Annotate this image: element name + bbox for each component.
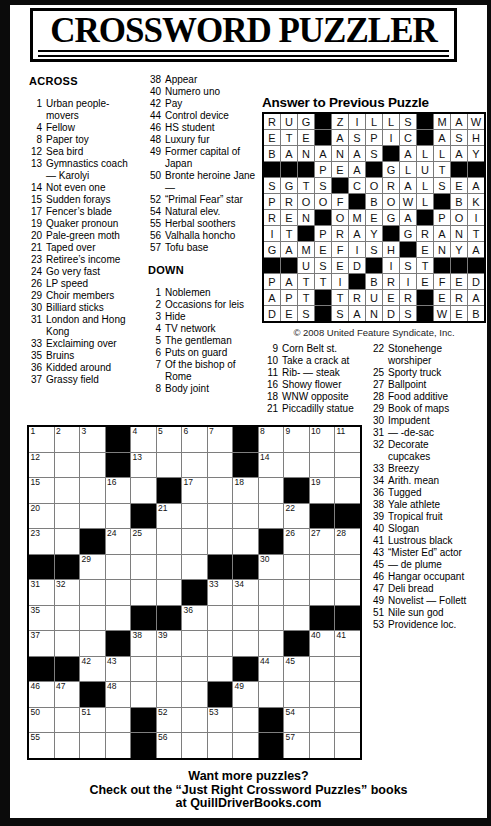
puzzle-cell-black <box>335 606 360 631</box>
clue-across-19: 19Quaker pronoun <box>28 218 140 230</box>
puzzle-cell <box>208 478 233 503</box>
puzzle-cell: 45 <box>284 657 309 682</box>
clue-number: 49 <box>147 146 165 170</box>
puzzle-cell: 16 <box>106 478 131 503</box>
clue-number: 30 <box>370 415 388 427</box>
clue-number: 11 <box>264 367 282 379</box>
puzzle-cell <box>157 657 182 682</box>
answer-cell-black <box>400 242 416 257</box>
clue-text: Fencer’s blade <box>46 206 140 218</box>
clue-across-1: 1Urban people-movers <box>28 98 140 122</box>
clue-text: Appear <box>165 74 260 86</box>
answer-cell-letter: G <box>298 114 314 129</box>
puzzle-cell: 12 <box>29 453 54 478</box>
answer-cell-black <box>366 258 382 273</box>
clue-across-49: 49Former capital of Japan <box>147 146 260 170</box>
puzzle-cell <box>284 606 309 631</box>
puzzle-cell <box>310 733 335 758</box>
clue-number: 50 <box>147 170 165 194</box>
answer-cell-letter: N <box>434 242 450 257</box>
clue-text: Exclaiming over <box>46 338 140 350</box>
clue-text: Tofu base <box>165 242 260 254</box>
clue-across-50: 50Bronte heroine Jane — <box>147 170 260 194</box>
answer-cell-letter: R <box>417 226 433 241</box>
answer-cell-letter: A <box>400 146 416 161</box>
answer-cell-letter: H <box>468 130 484 145</box>
puzzle-cell: 1 <box>29 427 54 452</box>
clue-down-2: 2Occasions for leis <box>147 299 260 311</box>
answer-cell-letter: S <box>400 258 416 273</box>
answer-cell-letter: L <box>366 114 382 129</box>
puzzle-cell: 25 <box>131 529 156 554</box>
clue-number: 29 <box>28 290 46 302</box>
clue-text: HS student <box>165 122 260 134</box>
clue-number: 36 <box>370 487 388 499</box>
answer-cell-black <box>383 146 399 161</box>
answer-cell-letter: S <box>366 146 382 161</box>
clue-down-29: 29Book of maps <box>370 403 467 415</box>
answer-cell-letter: T <box>315 274 331 289</box>
clue-number: 29 <box>370 403 388 415</box>
puzzle-cell <box>55 606 80 631</box>
answer-cell-letter: P <box>315 162 331 177</box>
puzzle-cell-black <box>55 555 80 580</box>
clue-number: 37 <box>28 374 46 386</box>
puzzle-cell: 32 <box>55 580 80 605</box>
clue-text: Gymnastics coach — Karolyi <box>46 158 140 182</box>
puzzle-cell <box>259 478 284 503</box>
clue-number: 56 <box>147 230 165 242</box>
answer-cell-letter: G <box>383 210 399 225</box>
answer-cell-letter: F <box>332 242 348 257</box>
puzzle-cell: 5 <box>157 427 182 452</box>
cell-number: 23 <box>31 529 40 539</box>
answer-cell-letter: P <box>264 194 280 209</box>
clue-number: 41 <box>370 535 388 547</box>
cell-number: 25 <box>133 529 142 539</box>
clue-down-28: 28Food additive <box>370 391 467 403</box>
answer-cell-black <box>315 130 331 145</box>
puzzle-cell <box>284 555 309 580</box>
answer-cell-black <box>281 258 297 273</box>
answer-cell-letter: I <box>383 130 399 145</box>
cell-number: 18 <box>235 478 244 488</box>
answer-cell-letter: S <box>315 178 331 193</box>
cell-number: 21 <box>158 504 167 514</box>
clue-down-41: 41Lustrous black <box>370 535 467 547</box>
clue-text: Control device <box>165 110 260 122</box>
answer-cell-letter: T <box>332 290 348 305</box>
answer-cell-letter: I <box>383 258 399 273</box>
answer-cell-letter: E <box>451 274 467 289</box>
puzzle-cell: 22 <box>284 504 309 529</box>
clue-down-10: 10Take a crack at <box>264 355 364 367</box>
cell-number: 12 <box>31 453 40 463</box>
cell-number: 54 <box>286 708 295 718</box>
footer: Want more puzzles? Check out the “Just R… <box>10 770 487 811</box>
answer-cell-black <box>298 226 314 241</box>
clue-across-52: 52“Primal Fear” star <box>147 194 260 206</box>
answer-cell-letter: E <box>417 274 433 289</box>
puzzle-cell <box>335 657 360 682</box>
cell-number: 53 <box>209 708 218 718</box>
answer-panel-header: Answer to Previous Puzzle <box>262 95 429 110</box>
clue-text: — de plume <box>388 559 467 571</box>
clue-down-22: 22Stonehenge worshiper <box>370 343 467 367</box>
clue-down-5: 5The gentleman <box>147 335 260 347</box>
clue-number: 39 <box>370 511 388 523</box>
clue-across-38: 38Appear <box>147 74 260 86</box>
answer-cell-letter: E <box>281 306 297 321</box>
puzzle-cell: 55 <box>29 733 54 758</box>
answer-cell-letter: G <box>281 178 297 193</box>
clue-down-31: 31— -de-sac <box>370 427 467 439</box>
clue-text: Billiard sticks <box>46 302 140 314</box>
answer-cell-black <box>264 258 280 273</box>
puzzle-cell-black <box>284 478 309 503</box>
puzzle-cell-black <box>208 555 233 580</box>
cell-number: 38 <box>133 631 142 641</box>
puzzle-cell <box>259 631 284 656</box>
puzzle-cell-black <box>208 682 233 707</box>
clue-down-53: 53Providence loc. <box>370 619 467 631</box>
clue-text: Not even one <box>46 182 140 194</box>
answer-cell-black <box>366 162 382 177</box>
clue-text: Showy flower <box>282 379 364 391</box>
answer-cell-letter: S <box>298 306 314 321</box>
puzzle-cell <box>106 504 131 529</box>
clue-down-21: 21Piccadilly statue <box>264 403 364 415</box>
puzzle-cell-black <box>157 606 182 631</box>
answer-cell-letter: A <box>434 130 450 145</box>
clue-number: 7 <box>147 359 165 383</box>
puzzle-cell <box>233 631 258 656</box>
answer-cell-letter: M <box>434 114 450 129</box>
answer-cell-letter: N <box>451 226 467 241</box>
cell-number: 27 <box>311 529 320 539</box>
clue-number: 20 <box>28 230 46 242</box>
puzzle-cell: 39 <box>157 631 182 656</box>
clue-text: LP speed <box>46 278 140 290</box>
clue-down-7: 7Of the bishop of Rome <box>147 359 260 383</box>
puzzle-cell: 17 <box>182 478 207 503</box>
puzzle-cell: 48 <box>106 682 131 707</box>
puzzle-cell <box>131 478 156 503</box>
answer-cell-letter: M <box>298 242 314 257</box>
puzzle-cell <box>80 478 105 503</box>
puzzle-cell <box>335 478 360 503</box>
puzzle-cell: 15 <box>29 478 54 503</box>
puzzle-cell: 6 <box>182 427 207 452</box>
puzzle-cell <box>233 733 258 758</box>
answer-cell-letter: S <box>434 178 450 193</box>
answer-cell-letter: R <box>281 194 297 209</box>
answer-cell-letter: T <box>298 178 314 193</box>
clue-number: 36 <box>28 362 46 374</box>
puzzle-cell: 10 <box>310 427 335 452</box>
answer-cell-black <box>298 162 314 177</box>
puzzle-cell-black <box>310 504 335 529</box>
puzzle-cell <box>131 580 156 605</box>
answer-cell-letter: D <box>383 306 399 321</box>
answer-cell-letter: R <box>383 274 399 289</box>
clue-number: 21 <box>28 242 46 254</box>
answer-cell-letter: P <box>264 274 280 289</box>
puzzle-cell <box>182 708 207 733</box>
puzzle-cell <box>208 504 233 529</box>
clue-across-35: 35Bruins <box>28 350 140 362</box>
answer-cell-letter: E <box>417 242 433 257</box>
puzzle-cell <box>80 453 105 478</box>
clue-text: Book of maps <box>388 403 467 415</box>
answer-cell-letter: E <box>332 258 348 273</box>
clue-number: 8 <box>147 383 165 395</box>
answer-cell-letter: O <box>366 178 382 193</box>
clue-down-8: 8Body joint <box>147 383 260 395</box>
puzzle-cell <box>157 453 182 478</box>
cell-number: 26 <box>286 529 295 539</box>
clue-down-36: 36Tugged <box>370 487 467 499</box>
clue-number: 26 <box>28 278 46 290</box>
puzzle-cell: 3 <box>80 427 105 452</box>
clue-number: 42 <box>147 98 165 110</box>
clue-across-15: 15Sudden forays <box>28 194 140 206</box>
puzzle-cell <box>182 631 207 656</box>
puzzle-cell <box>157 529 182 554</box>
answer-cell-letter: S <box>451 130 467 145</box>
answer-cell-letter: A <box>434 226 450 241</box>
cell-number: 39 <box>158 631 167 641</box>
clue-text: Rib- — steak <box>282 367 364 379</box>
clue-number: 3 <box>147 311 165 323</box>
cell-number: 50 <box>31 708 40 718</box>
puzzle-cell <box>310 453 335 478</box>
answer-cell-letter: A <box>400 178 416 193</box>
clue-number: 17 <box>28 206 46 218</box>
answer-cell-letter: R <box>264 114 280 129</box>
puzzle-cell <box>106 708 131 733</box>
cell-number: 9 <box>286 427 291 437</box>
cell-number: 10 <box>311 427 320 437</box>
puzzle-grid: 1234567891011121314151617181920212223242… <box>27 425 362 760</box>
puzzle-cell <box>335 733 360 758</box>
answer-cell-letter: E <box>298 130 314 145</box>
puzzle-cell: 29 <box>80 555 105 580</box>
puzzle-cell-black <box>29 555 54 580</box>
puzzle-cell: 36 <box>182 606 207 631</box>
puzzle-cell <box>157 580 182 605</box>
puzzle-cell <box>208 733 233 758</box>
cell-number: 19 <box>311 478 320 488</box>
answer-cell-letter: D <box>264 306 280 321</box>
puzzle-cell <box>80 504 105 529</box>
cell-number: 45 <box>286 657 295 667</box>
puzzle-cell <box>284 580 309 605</box>
clue-number: 32 <box>370 439 388 463</box>
clue-down-27: 27Ballpoint <box>370 379 467 391</box>
answer-cell-black <box>332 178 348 193</box>
clue-text: Herbal soothers <box>165 218 260 230</box>
clue-down-6: 6Puts on guard <box>147 347 260 359</box>
clue-text: Hangar occupant <box>388 571 467 583</box>
cell-number: 15 <box>31 478 40 488</box>
puzzle-cell: 49 <box>233 682 258 707</box>
answer-cell-black <box>264 162 280 177</box>
clue-text: Sporty truck <box>388 367 467 379</box>
puzzle-cell: 13 <box>131 453 156 478</box>
answer-cell-letter: T <box>298 274 314 289</box>
answer-cell-letter: A <box>468 242 484 257</box>
clue-number: 15 <box>28 194 46 206</box>
answer-cell-letter: H <box>383 242 399 257</box>
puzzle-cell-black <box>55 657 80 682</box>
clue-text: Tropical fruit <box>388 511 467 523</box>
clue-across-13: 13Gymnastics coach — Karolyi <box>28 158 140 182</box>
clue-across-55: 55Herbal soothers <box>147 218 260 230</box>
clue-down-32: 32Decorate cupcakes <box>370 439 467 463</box>
clue-number: 9 <box>264 343 282 355</box>
cell-number: 52 <box>158 708 167 718</box>
answer-cell-letter: A <box>451 146 467 161</box>
puzzle-cell <box>233 708 258 733</box>
puzzle-cell <box>131 555 156 580</box>
answer-cell-letter: A <box>468 290 484 305</box>
down-clue-column-2: 9Corn Belt st.10Take a crack at11Rib- — … <box>264 343 364 415</box>
footer-line1: Want more puzzles? <box>10 770 487 784</box>
puzzle-cell: 19 <box>310 478 335 503</box>
clue-text: Decorate cupcakes <box>388 439 467 463</box>
clue-text: Corn Belt st. <box>282 343 364 355</box>
answer-cell-letter: E <box>383 290 399 305</box>
clue-across-54: 54Natural elev. <box>147 206 260 218</box>
puzzle-cell <box>55 631 80 656</box>
clue-text: “Primal Fear” star <box>165 194 260 206</box>
clue-text: Yale athlete <box>388 499 467 511</box>
puzzle-cell: 37 <box>29 631 54 656</box>
answer-cell-letter: B <box>366 274 382 289</box>
clue-across-23: 23Retiree’s income <box>28 254 140 266</box>
puzzle-cell-black <box>131 733 156 758</box>
puzzle-cell <box>310 682 335 707</box>
cell-number: 2 <box>56 427 61 437</box>
puzzle-cell <box>284 453 309 478</box>
answer-cell-letter: A <box>349 306 365 321</box>
answer-cell-letter: T <box>281 130 297 145</box>
clue-text: Quaker pronoun <box>46 218 140 230</box>
cell-number: 3 <box>82 427 87 437</box>
answer-cell-letter: I <box>332 274 348 289</box>
puzzle-cell-black <box>233 427 258 452</box>
answer-cell-black <box>417 306 433 321</box>
cell-number: 11 <box>337 427 346 437</box>
clue-down-39: 39Tropical fruit <box>370 511 467 523</box>
answer-cell-black <box>451 258 467 273</box>
clue-down-30: 30Impudent <box>370 415 467 427</box>
clue-text: Natural elev. <box>165 206 260 218</box>
answer-cell-letter: M <box>349 210 365 225</box>
puzzle-cell: 42 <box>80 657 105 682</box>
answer-cell-letter: U <box>417 162 433 177</box>
clue-text: Nile sun god <box>388 607 467 619</box>
puzzle-cell <box>233 606 258 631</box>
answer-cell-letter: U <box>366 290 382 305</box>
answer-cell-letter: L <box>434 146 450 161</box>
clue-text: London and Hong Kong <box>46 314 140 338</box>
cell-number: 41 <box>337 631 346 641</box>
answer-cell-letter: W <box>434 306 450 321</box>
clue-number: 4 <box>147 323 165 335</box>
clue-number: 14 <box>28 182 46 194</box>
answer-cell-letter: G <box>383 162 399 177</box>
puzzle-cell: 21 <box>157 504 182 529</box>
clue-text: The gentleman <box>165 335 260 347</box>
answer-cell-letter: F <box>332 194 348 209</box>
clue-across-37: 37Grassy field <box>28 374 140 386</box>
answer-cell-letter: N <box>298 146 314 161</box>
answer-cell-letter: S <box>332 306 348 321</box>
answer-cell-letter: I <box>349 242 365 257</box>
answer-cell-letter: I <box>349 114 365 129</box>
puzzle-cell <box>233 504 258 529</box>
puzzle-cell <box>182 529 207 554</box>
clue-across-8: 8Paper toy <box>28 134 140 146</box>
clue-number: 55 <box>147 218 165 230</box>
cell-number: 49 <box>235 682 244 692</box>
clue-number: 35 <box>28 350 46 362</box>
answer-cell-black <box>315 306 331 321</box>
answer-cell-letter: A <box>281 274 297 289</box>
clue-across-4: 4Fellow <box>28 122 140 134</box>
clue-across-14: 14Not even one <box>28 182 140 194</box>
clue-number: 27 <box>370 379 388 391</box>
puzzle-cell <box>259 682 284 707</box>
answer-cell-letter: K <box>468 194 484 209</box>
clue-across-57: 57Tofu base <box>147 242 260 254</box>
puzzle-cell <box>182 682 207 707</box>
clue-text: Sudden forays <box>46 194 140 206</box>
clue-number: 8 <box>28 134 46 146</box>
answer-cell-letter: Y <box>366 226 382 241</box>
puzzle-cell-black <box>106 631 131 656</box>
clue-number: 38 <box>370 499 388 511</box>
page-title: CROSSWORD PUZZLER <box>33 11 454 51</box>
puzzle-cell-black <box>157 478 182 503</box>
answer-cell-black <box>417 290 433 305</box>
clue-number: 40 <box>370 523 388 535</box>
puzzle-cell: 14 <box>259 453 284 478</box>
clue-number: 1 <box>28 98 46 122</box>
puzzle-cell <box>284 682 309 707</box>
answer-cell-letter: E <box>366 210 382 225</box>
answer-cell-letter: A <box>332 130 348 145</box>
puzzle-cell <box>182 555 207 580</box>
clue-down-1: 1Noblemen <box>147 287 260 299</box>
answer-cell-letter: E <box>451 306 467 321</box>
puzzle-cell <box>157 555 182 580</box>
answer-cell-letter: P <box>366 130 382 145</box>
answer-cell-letter: L <box>417 146 433 161</box>
cell-number: 4 <box>133 427 138 437</box>
clue-number: 44 <box>147 110 165 122</box>
cell-number: 16 <box>107 478 116 488</box>
puzzle-cell: 8 <box>259 427 284 452</box>
answer-cell-letter: E <box>315 242 331 257</box>
answer-cell-letter: O <box>451 210 467 225</box>
answer-cell-black <box>383 226 399 241</box>
puzzle-cell-black <box>259 708 284 733</box>
cell-number: 24 <box>107 529 116 539</box>
clue-text: Impudent <box>388 415 467 427</box>
